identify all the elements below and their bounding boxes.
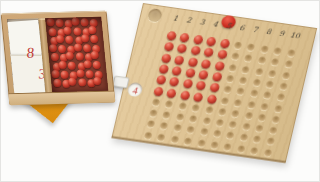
red-bead[interactable] [201,59,212,69]
bead-hole[interactable] [229,121,238,129]
red-bead[interactable] [219,39,230,49]
bead-hole[interactable] [210,141,219,149]
bead-hole[interactable] [263,91,272,99]
bead-hole[interactable] [231,53,240,61]
red-bead[interactable] [166,31,177,41]
bead-box: 8 3 [1,11,116,106]
bead-hole[interactable] [271,115,280,123]
loose-red-bead[interactable] [93,77,102,85]
loose-red-bead[interactable] [85,70,94,78]
red-bead[interactable] [180,90,191,100]
loose-red-bead[interactable] [68,78,77,86]
red-bead[interactable] [203,48,214,58]
bead-hole[interactable] [205,106,214,114]
bead-hole[interactable] [253,136,262,144]
bead-hole[interactable] [147,120,156,128]
bead-hole[interactable] [162,111,171,119]
card-digit-8: 8 [26,45,35,62]
bead-hole[interactable] [165,100,174,108]
bead-hole[interactable] [157,133,166,141]
red-bead[interactable] [193,35,204,45]
multiplicand-window[interactable]: 4 [126,82,143,98]
loose-red-bead[interactable] [92,61,101,69]
bead-hole[interactable] [171,135,180,143]
loose-red-bead[interactable] [90,35,99,43]
multiplication-board: 4 12345678910 [111,3,317,163]
loose-red-bead[interactable] [71,17,80,25]
red-bead[interactable] [198,70,209,80]
loose-red-bead[interactable] [88,26,97,34]
bead-hole[interactable] [247,43,256,51]
disc-recess[interactable] [147,8,163,23]
bead-hole[interactable] [228,64,237,72]
bead-hole[interactable] [276,93,285,101]
bead-hole[interactable] [224,143,233,151]
red-bead[interactable] [214,61,225,71]
loose-red-bead[interactable] [75,53,84,61]
red-bead[interactable] [185,68,196,78]
loose-red-bead[interactable] [80,18,89,26]
red-bead[interactable] [174,55,185,65]
red-bead[interactable] [156,75,167,85]
bead-hole[interactable] [152,98,161,106]
loose-red-bead[interactable] [51,70,60,78]
bead-hole[interactable] [186,126,195,134]
bead-hole[interactable] [266,80,275,88]
bead-hole[interactable] [184,137,193,145]
red-bead[interactable] [179,33,190,43]
bead-hole[interactable] [197,139,206,147]
bead-hole[interactable] [237,145,246,153]
column-label-10: 10 [287,30,303,41]
bead-hole[interactable] [260,45,269,53]
bead-hole[interactable] [192,104,201,112]
bead-hole[interactable] [271,58,280,66]
loose-red-bead[interactable] [46,18,55,26]
multiplicand-value: 4 [132,84,138,95]
bead-hole[interactable] [160,122,169,130]
bead-hole[interactable] [202,117,211,125]
red-bead[interactable] [177,44,188,54]
loose-red-bead[interactable] [66,52,75,60]
bead-hole[interactable] [274,104,283,112]
loose-red-bead[interactable] [58,61,67,69]
loose-red-bead[interactable] [55,19,64,27]
bead-hole[interactable] [149,109,158,117]
bead-hole[interactable] [226,75,235,83]
loose-red-bead[interactable] [81,34,90,42]
bead-hole[interactable] [144,131,153,139]
loose-red-bead[interactable] [56,35,65,43]
loose-red-bead[interactable] [48,28,57,36]
red-bead[interactable] [166,88,177,98]
red-bead[interactable] [172,66,183,76]
red-bead[interactable] [206,37,217,47]
bead-hole[interactable] [245,112,254,120]
red-bead[interactable] [164,42,175,52]
red-bead[interactable] [193,92,204,102]
loose-red-bead[interactable] [60,70,69,78]
red-bead[interactable] [206,94,217,104]
bead-hole[interactable] [173,124,182,132]
bead-box-interior: 8 3 [7,17,108,93]
bead-hole[interactable] [268,69,277,77]
red-bead[interactable] [211,72,222,82]
bead-hole[interactable] [216,119,225,127]
loose-red-bead[interactable] [76,69,85,77]
bead-hole[interactable] [250,90,259,98]
bead-hole[interactable] [273,47,282,55]
red-bead[interactable] [182,79,193,89]
loose-red-bead[interactable] [78,78,87,86]
bead-hole[interactable] [263,149,272,157]
bead-hole[interactable] [258,56,267,64]
bead-hole[interactable] [255,125,264,133]
loose-red-bead[interactable] [49,44,58,52]
bead-hole[interactable] [242,66,251,74]
bead-hole[interactable] [200,128,209,136]
loose-red-bead[interactable] [51,53,60,61]
bead-hole[interactable] [260,103,269,111]
loose-red-bead[interactable] [63,26,72,34]
bead-hole[interactable] [255,67,264,75]
bead-hole[interactable] [282,71,291,79]
bead-hole[interactable] [252,78,261,86]
loose-red-bead[interactable] [58,45,67,53]
red-bead[interactable] [209,83,220,93]
red-bead[interactable] [190,46,201,56]
loose-red-bead[interactable] [83,44,92,52]
bead-hole[interactable] [218,108,227,116]
loose-red-bead[interactable] [65,36,74,44]
red-bead[interactable] [169,77,180,87]
bead-compartment [45,17,108,92]
bead-hole[interactable] [279,82,288,90]
loose-red-bead[interactable] [83,60,92,68]
loose-red-bead[interactable] [73,43,82,51]
bead-hole[interactable] [269,126,278,134]
bead-hole[interactable] [258,114,267,122]
card-slot-tab[interactable] [112,76,129,89]
bead-hole[interactable] [223,86,232,94]
bead-hole[interactable] [239,77,248,85]
bead-hole[interactable] [226,132,235,140]
bead-hole[interactable] [242,123,251,131]
red-bead[interactable] [161,53,172,63]
bead-hole[interactable] [284,60,293,68]
red-bead[interactable] [217,50,228,60]
bead-hole[interactable] [178,102,187,110]
red-bead[interactable] [187,57,198,67]
loose-red-bead[interactable] [68,62,77,70]
bead-hole[interactable] [234,42,243,50]
bead-hole[interactable] [189,115,198,123]
bead-hole[interactable] [237,88,246,96]
bead-hole[interactable] [266,138,275,146]
bead-hole[interactable] [213,130,222,138]
loose-red-bead[interactable] [53,79,62,87]
bead-hole[interactable] [234,99,243,107]
bead-hole[interactable] [287,49,296,57]
bead-hole[interactable] [221,97,230,105]
bead-hole[interactable] [244,55,253,63]
bead-hole[interactable] [247,101,256,109]
red-bead[interactable] [196,81,207,91]
loose-red-bead[interactable] [73,27,82,35]
bead-hole[interactable] [239,134,248,142]
bead-hole[interactable] [231,110,240,118]
bead-hole[interactable] [176,113,185,121]
red-bead[interactable] [153,86,164,96]
loose-red-bead[interactable] [90,51,99,59]
product-photo-scene: 8 3 4 12345678910 [0,0,320,182]
bead-hole[interactable] [250,147,259,155]
red-bead[interactable] [158,64,169,74]
box-front-panel [8,91,115,106]
